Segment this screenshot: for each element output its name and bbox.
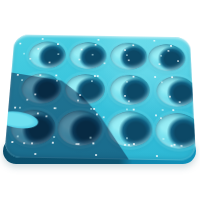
photo-scene: Overhead angled view of a turquoise blue…: [0, 0, 200, 200]
muffin-cup: [110, 75, 150, 106]
muffin-pan: [4, 34, 196, 160]
muffin-cup: [64, 74, 105, 105]
scene-caption: Overhead angled view of a turquoise blue…: [0, 0, 1, 1]
muffin-cup: [69, 42, 107, 69]
muffin-cup: [148, 44, 186, 72]
muffin-cup: [110, 42, 147, 69]
muffin-cup: [20, 73, 62, 104]
muffin-cup: [9, 109, 56, 145]
muffin-cup: [57, 110, 103, 146]
muffin-cup: [28, 41, 67, 68]
muffin-cup: [107, 111, 153, 147]
muffin-cup: [155, 113, 196, 149]
muffin-cup: [156, 76, 196, 107]
cup-grid: [4, 34, 196, 160]
